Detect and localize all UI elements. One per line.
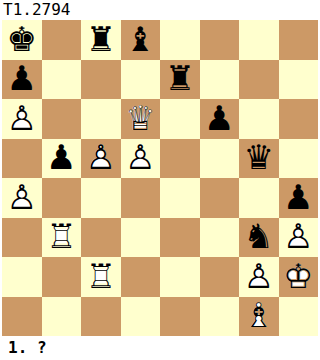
- square-e8[interactable]: [160, 20, 200, 60]
- square-c6[interactable]: [81, 99, 121, 139]
- piece-black-pawn[interactable]: ♟: [42, 139, 82, 179]
- piece-white-pawn[interactable]: ♟♙: [2, 99, 42, 139]
- square-b3[interactable]: ♜♖: [42, 218, 82, 258]
- piece-white-queen[interactable]: ♛♕: [121, 99, 161, 139]
- square-e7[interactable]: ♜: [160, 60, 200, 100]
- piece-black-knight[interactable]: ♞: [239, 218, 279, 258]
- piece-black-pawn[interactable]: ♟: [200, 99, 240, 139]
- square-c5[interactable]: ♟♙: [81, 139, 121, 179]
- move-prompt: 1. ?: [8, 338, 47, 357]
- square-e1[interactable]: [160, 297, 200, 337]
- square-g8[interactable]: [239, 20, 279, 60]
- square-c3[interactable]: [81, 218, 121, 258]
- square-b5[interactable]: ♟: [42, 139, 82, 179]
- square-a7[interactable]: ♟: [2, 60, 42, 100]
- piece-white-rook[interactable]: ♜♖: [81, 257, 121, 297]
- square-f1[interactable]: [200, 297, 240, 337]
- square-h1[interactable]: [279, 297, 319, 337]
- square-h6[interactable]: [279, 99, 319, 139]
- piece-white-pawn[interactable]: ♟♙: [2, 178, 42, 218]
- piece-white-pawn[interactable]: ♟♙: [279, 218, 319, 258]
- square-a1[interactable]: [2, 297, 42, 337]
- piece-black-bishop[interactable]: ♝: [121, 20, 161, 60]
- square-e6[interactable]: [160, 99, 200, 139]
- piece-black-king[interactable]: ♚: [2, 20, 42, 60]
- square-a2[interactable]: [2, 257, 42, 297]
- square-h5[interactable]: [279, 139, 319, 179]
- square-b7[interactable]: [42, 60, 82, 100]
- square-b1[interactable]: [42, 297, 82, 337]
- square-b2[interactable]: [42, 257, 82, 297]
- square-g1[interactable]: ♝♗: [239, 297, 279, 337]
- square-a6[interactable]: ♟♙: [2, 99, 42, 139]
- square-e4[interactable]: [160, 178, 200, 218]
- piece-black-rook[interactable]: ♜: [81, 20, 121, 60]
- square-e3[interactable]: [160, 218, 200, 258]
- square-g7[interactable]: [239, 60, 279, 100]
- puzzle-id: T1.2794: [3, 0, 70, 19]
- square-f4[interactable]: [200, 178, 240, 218]
- piece-black-pawn[interactable]: ♟: [2, 60, 42, 100]
- square-f6[interactable]: ♟: [200, 99, 240, 139]
- square-e2[interactable]: [160, 257, 200, 297]
- square-d2[interactable]: [121, 257, 161, 297]
- square-c2[interactable]: ♜♖: [81, 257, 121, 297]
- piece-white-bishop[interactable]: ♝♗: [239, 297, 279, 337]
- piece-white-pawn[interactable]: ♟♙: [239, 257, 279, 297]
- square-d6[interactable]: ♛♕: [121, 99, 161, 139]
- piece-white-rook[interactable]: ♜♖: [42, 218, 82, 258]
- chess-board: ♚♜♝♟♜♟♙♛♕♟♟♟♙♟♙♛♟♙♟♜♖♞♟♙♜♖♟♙♚♔♝♗: [2, 20, 318, 336]
- square-b8[interactable]: [42, 20, 82, 60]
- square-d8[interactable]: ♝: [121, 20, 161, 60]
- square-c8[interactable]: ♜: [81, 20, 121, 60]
- square-a4[interactable]: ♟♙: [2, 178, 42, 218]
- piece-white-king[interactable]: ♚♔: [279, 257, 319, 297]
- square-b6[interactable]: [42, 99, 82, 139]
- square-d1[interactable]: [121, 297, 161, 337]
- square-a8[interactable]: ♚: [2, 20, 42, 60]
- square-b4[interactable]: [42, 178, 82, 218]
- square-g6[interactable]: [239, 99, 279, 139]
- square-f2[interactable]: [200, 257, 240, 297]
- square-f8[interactable]: [200, 20, 240, 60]
- square-g5[interactable]: ♛: [239, 139, 279, 179]
- square-h4[interactable]: ♟: [279, 178, 319, 218]
- square-f3[interactable]: [200, 218, 240, 258]
- square-c4[interactable]: [81, 178, 121, 218]
- square-c7[interactable]: [81, 60, 121, 100]
- piece-black-pawn[interactable]: ♟: [279, 178, 319, 218]
- square-f7[interactable]: [200, 60, 240, 100]
- piece-white-pawn[interactable]: ♟♙: [81, 139, 121, 179]
- piece-white-pawn[interactable]: ♟♙: [121, 139, 161, 179]
- square-h7[interactable]: [279, 60, 319, 100]
- square-a3[interactable]: [2, 218, 42, 258]
- square-c1[interactable]: [81, 297, 121, 337]
- square-g4[interactable]: [239, 178, 279, 218]
- square-a5[interactable]: [2, 139, 42, 179]
- piece-black-queen[interactable]: ♛: [239, 139, 279, 179]
- square-d7[interactable]: [121, 60, 161, 100]
- square-d4[interactable]: [121, 178, 161, 218]
- square-f5[interactable]: [200, 139, 240, 179]
- square-g3[interactable]: ♞: [239, 218, 279, 258]
- square-g2[interactable]: ♟♙: [239, 257, 279, 297]
- square-h8[interactable]: [279, 20, 319, 60]
- piece-black-rook[interactable]: ♜: [160, 60, 200, 100]
- square-h3[interactable]: ♟♙: [279, 218, 319, 258]
- square-d5[interactable]: ♟♙: [121, 139, 161, 179]
- square-d3[interactable]: [121, 218, 161, 258]
- square-e5[interactable]: [160, 139, 200, 179]
- square-h2[interactable]: ♚♔: [279, 257, 319, 297]
